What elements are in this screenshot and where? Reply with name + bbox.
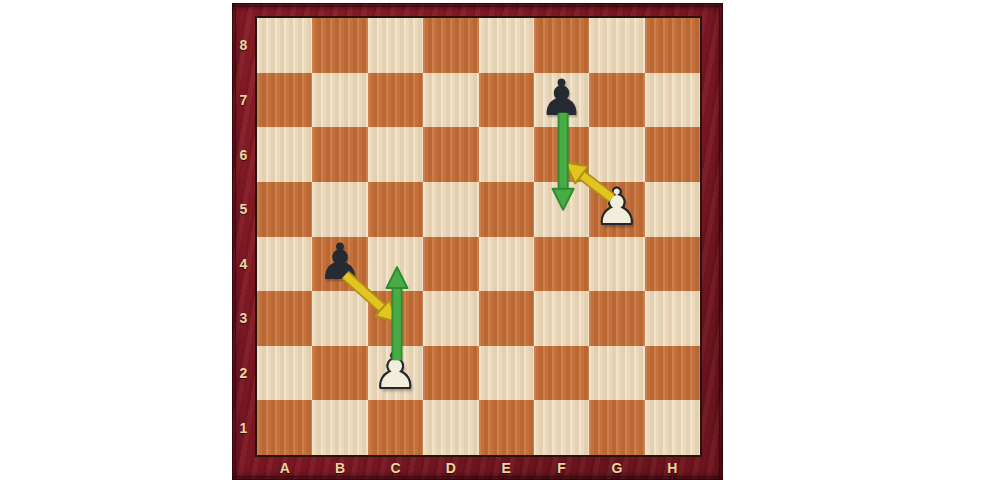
rank-label-4: 4 xyxy=(232,237,255,292)
square-e5[interactable] xyxy=(479,182,534,237)
piece-white-pawn-c2[interactable]: ♟ xyxy=(373,346,418,396)
rank-label-8: 8 xyxy=(232,18,255,73)
square-b3[interactable] xyxy=(312,291,367,346)
square-g8[interactable] xyxy=(589,18,644,73)
square-a5[interactable] xyxy=(257,182,312,237)
square-b5[interactable] xyxy=(312,182,367,237)
square-d7[interactable] xyxy=(423,73,478,128)
piece-white-pawn-g5[interactable]: ♟ xyxy=(595,182,640,232)
square-f8[interactable] xyxy=(534,18,589,73)
square-b7[interactable] xyxy=(312,73,367,128)
square-h2[interactable] xyxy=(645,346,700,401)
file-label-f: F xyxy=(534,455,589,480)
square-h8[interactable] xyxy=(645,18,700,73)
square-e8[interactable] xyxy=(479,18,534,73)
file-label-e: E xyxy=(479,455,534,480)
file-label-a: A xyxy=(257,455,312,480)
square-c5[interactable] xyxy=(368,182,423,237)
square-d6[interactable] xyxy=(423,127,478,182)
square-g7[interactable] xyxy=(589,73,644,128)
square-a4[interactable] xyxy=(257,237,312,292)
square-c4[interactable] xyxy=(368,237,423,292)
file-labels: ABCDEFGH xyxy=(257,455,700,480)
square-d1[interactable] xyxy=(423,400,478,455)
rank-label-7: 7 xyxy=(232,73,255,128)
square-d4[interactable] xyxy=(423,237,478,292)
square-d8[interactable] xyxy=(423,18,478,73)
rank-label-1: 1 xyxy=(232,400,255,455)
square-b8[interactable] xyxy=(312,18,367,73)
square-d5[interactable] xyxy=(423,182,478,237)
square-g2[interactable] xyxy=(589,346,644,401)
square-b1[interactable] xyxy=(312,400,367,455)
piece-black-pawn-f7[interactable]: ♟ xyxy=(539,73,584,123)
square-d3[interactable] xyxy=(423,291,478,346)
square-f3[interactable] xyxy=(534,291,589,346)
square-e2[interactable] xyxy=(479,346,534,401)
square-c2[interactable]: ♟ xyxy=(368,346,423,401)
file-label-g: G xyxy=(589,455,644,480)
square-h1[interactable] xyxy=(645,400,700,455)
square-f5[interactable] xyxy=(534,182,589,237)
square-e3[interactable] xyxy=(479,291,534,346)
square-g1[interactable] xyxy=(589,400,644,455)
file-label-d: D xyxy=(423,455,478,480)
square-h6[interactable] xyxy=(645,127,700,182)
square-c6[interactable] xyxy=(368,127,423,182)
square-a7[interactable] xyxy=(257,73,312,128)
square-f4[interactable] xyxy=(534,237,589,292)
square-b6[interactable] xyxy=(312,127,367,182)
file-label-h: H xyxy=(645,455,700,480)
rank-label-5: 5 xyxy=(232,182,255,237)
square-g5[interactable]: ♟ xyxy=(589,182,644,237)
square-g3[interactable] xyxy=(589,291,644,346)
piece-black-pawn-b4[interactable]: ♟ xyxy=(318,237,363,287)
square-h4[interactable] xyxy=(645,237,700,292)
square-e1[interactable] xyxy=(479,400,534,455)
square-a3[interactable] xyxy=(257,291,312,346)
square-f2[interactable] xyxy=(534,346,589,401)
square-f6[interactable] xyxy=(534,127,589,182)
rank-label-3: 3 xyxy=(232,291,255,346)
file-label-b: B xyxy=(312,455,367,480)
square-a2[interactable] xyxy=(257,346,312,401)
chess-board-frame: 87654321 ABCDEFGH ♟♟♟♟ xyxy=(232,3,723,480)
chess-board: ♟♟♟♟ xyxy=(255,16,702,457)
square-c1[interactable] xyxy=(368,400,423,455)
square-c3[interactable] xyxy=(368,291,423,346)
square-c8[interactable] xyxy=(368,18,423,73)
square-e7[interactable] xyxy=(479,73,534,128)
rank-labels: 87654321 xyxy=(232,18,255,455)
square-a6[interactable] xyxy=(257,127,312,182)
square-a1[interactable] xyxy=(257,400,312,455)
square-c7[interactable] xyxy=(368,73,423,128)
rank-label-6: 6 xyxy=(232,127,255,182)
rank-label-2: 2 xyxy=(232,346,255,401)
square-b2[interactable] xyxy=(312,346,367,401)
square-b4[interactable]: ♟ xyxy=(312,237,367,292)
square-h5[interactable] xyxy=(645,182,700,237)
square-g6[interactable] xyxy=(589,127,644,182)
square-g4[interactable] xyxy=(589,237,644,292)
square-e6[interactable] xyxy=(479,127,534,182)
file-label-c: C xyxy=(368,455,423,480)
square-e4[interactable] xyxy=(479,237,534,292)
square-h3[interactable] xyxy=(645,291,700,346)
square-a8[interactable] xyxy=(257,18,312,73)
square-f1[interactable] xyxy=(534,400,589,455)
square-d2[interactable] xyxy=(423,346,478,401)
square-f7[interactable]: ♟ xyxy=(534,73,589,128)
square-h7[interactable] xyxy=(645,73,700,128)
